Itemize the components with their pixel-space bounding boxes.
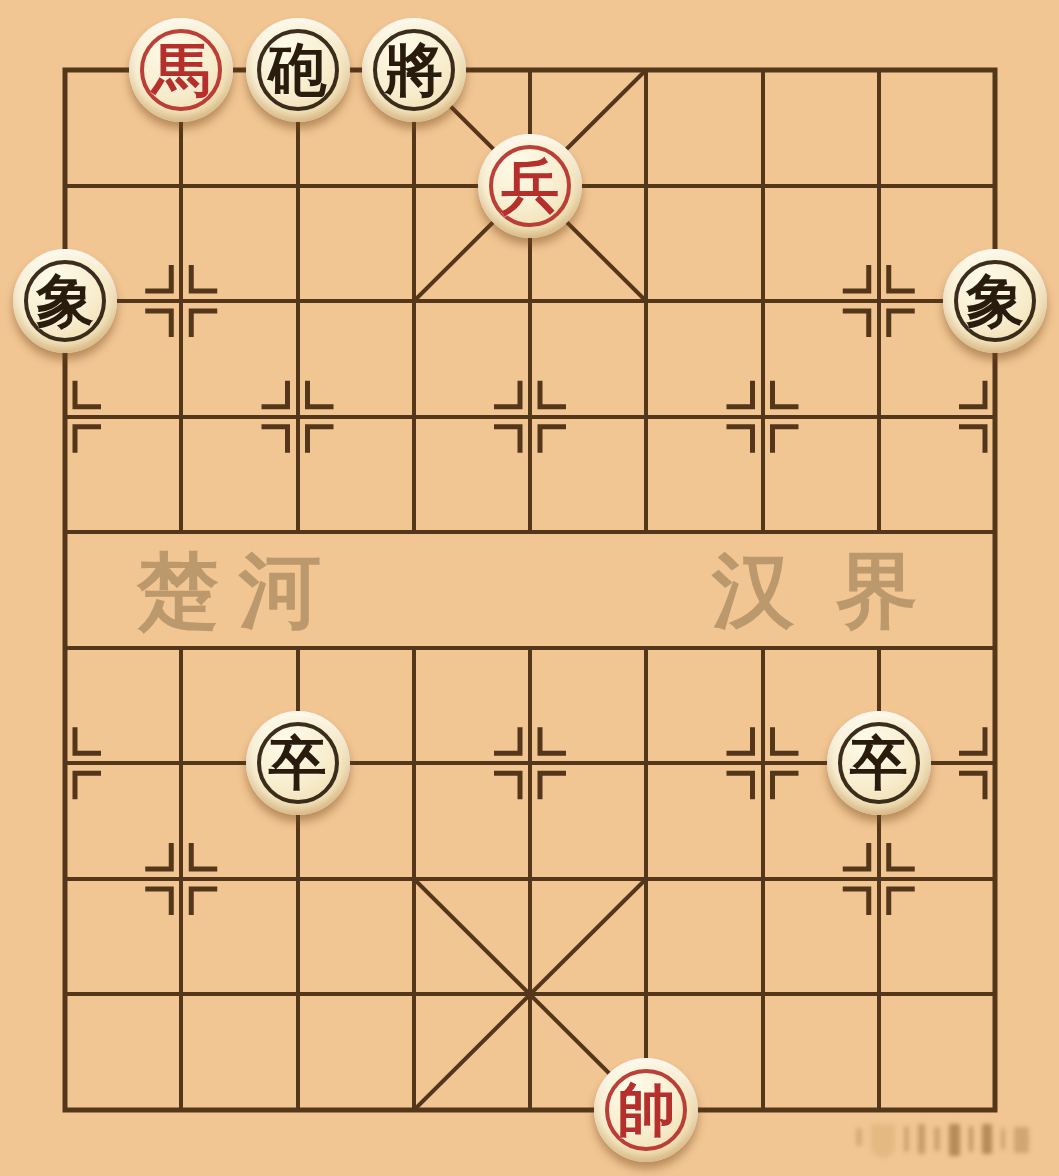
pieces-layer: 馬砲將兵象象卒卒帥 <box>0 0 1059 1176</box>
piece-glyph: 將 <box>362 18 466 122</box>
piece-glyph: 象 <box>943 249 1047 353</box>
piece-glyph: 象 <box>13 249 117 353</box>
piece-red-horse[interactable]: 馬 <box>129 18 233 122</box>
xiangqi-board: 楚河 汉界 馬砲將兵象象卒卒帥 <box>0 0 1059 1176</box>
piece-glyph: 馬 <box>129 18 233 122</box>
piece-black-elephant-right[interactable]: 象 <box>943 249 1047 353</box>
piece-glyph: 卒 <box>827 711 931 815</box>
piece-black-elephant-left[interactable]: 象 <box>13 249 117 353</box>
piece-red-soldier[interactable]: 兵 <box>478 134 582 238</box>
piece-black-soldier-left[interactable]: 卒 <box>246 711 350 815</box>
piece-black-cannon[interactable]: 砲 <box>246 18 350 122</box>
piece-glyph: 砲 <box>246 18 350 122</box>
piece-red-general[interactable]: 帥 <box>594 1058 698 1162</box>
piece-black-general[interactable]: 將 <box>362 18 466 122</box>
piece-glyph: 帥 <box>594 1058 698 1162</box>
piece-glyph: 卒 <box>246 711 350 815</box>
piece-glyph: 兵 <box>478 134 582 238</box>
piece-black-soldier-right[interactable]: 卒 <box>827 711 931 815</box>
